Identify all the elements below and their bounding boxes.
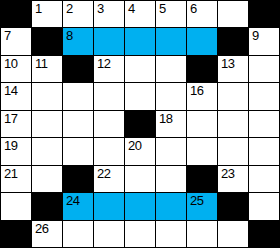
crossword-cell[interactable] xyxy=(32,83,62,109)
highlighted-cell[interactable]: 25 xyxy=(187,193,217,219)
blocked-cell xyxy=(32,193,62,219)
crossword-cell[interactable] xyxy=(218,221,248,247)
crossword-cell[interactable]: 23 xyxy=(218,166,248,192)
crossword-cell[interactable] xyxy=(94,111,124,137)
crossword-cell[interactable]: 12 xyxy=(94,56,124,82)
crossword-cell[interactable]: 3 xyxy=(94,1,124,27)
crossword-cell[interactable]: 11 xyxy=(32,56,62,82)
crossword-cell[interactable] xyxy=(249,138,279,164)
clue-number: 20 xyxy=(128,139,141,152)
blocked-cell xyxy=(218,28,248,54)
blocked-cell xyxy=(63,56,93,82)
crossword-cell[interactable] xyxy=(63,138,93,164)
clue-number: 13 xyxy=(221,57,234,70)
crossword-cell[interactable]: 10 xyxy=(1,56,31,82)
crossword-cell[interactable]: 7 xyxy=(1,28,31,54)
blocked-cell xyxy=(249,1,279,27)
clue-number: 12 xyxy=(97,57,110,70)
crossword-cell[interactable] xyxy=(249,166,279,192)
crossword-cell[interactable] xyxy=(156,56,186,82)
crossword-cell[interactable]: 26 xyxy=(32,221,62,247)
blocked-cell xyxy=(1,1,31,27)
crossword-cell[interactable]: 9 xyxy=(249,28,279,54)
highlighted-cell[interactable] xyxy=(94,28,124,54)
highlighted-cell[interactable] xyxy=(156,28,186,54)
clue-number: 21 xyxy=(4,167,17,180)
crossword-cell[interactable] xyxy=(32,138,62,164)
blocked-cell xyxy=(187,166,217,192)
crossword-cell[interactable] xyxy=(125,166,155,192)
crossword-cell[interactable] xyxy=(187,221,217,247)
clue-number: 19 xyxy=(4,139,17,152)
crossword-cell[interactable]: 20 xyxy=(125,138,155,164)
clue-number: 17 xyxy=(4,112,17,125)
crossword-cell[interactable] xyxy=(187,138,217,164)
clue-number: 10 xyxy=(4,57,17,70)
crossword-cell[interactable] xyxy=(156,83,186,109)
blocked-cell xyxy=(1,221,31,247)
crossword-cell[interactable] xyxy=(32,111,62,137)
crossword-cell[interactable] xyxy=(94,83,124,109)
clue-number: 26 xyxy=(35,222,48,235)
crossword-cell[interactable] xyxy=(218,111,248,137)
clue-number: 9 xyxy=(252,29,259,42)
crossword-cell[interactable] xyxy=(187,111,217,137)
crossword-cell[interactable]: 17 xyxy=(1,111,31,137)
clue-number: 24 xyxy=(66,194,79,207)
clue-number: 5 xyxy=(159,2,166,15)
crossword-cell[interactable]: 6 xyxy=(187,1,217,27)
crossword-cell[interactable] xyxy=(218,138,248,164)
crossword-cell[interactable] xyxy=(156,166,186,192)
clue-number: 7 xyxy=(4,29,11,42)
highlighted-cell[interactable] xyxy=(187,28,217,54)
clue-number: 3 xyxy=(97,2,104,15)
crossword-cell[interactable] xyxy=(32,166,62,192)
crossword-cell[interactable] xyxy=(125,56,155,82)
crossword-cell[interactable]: 2 xyxy=(63,1,93,27)
crossword-cell[interactable]: 18 xyxy=(156,111,186,137)
blocked-cell xyxy=(249,221,279,247)
crossword-cell[interactable] xyxy=(63,83,93,109)
crossword-cell[interactable] xyxy=(218,83,248,109)
crossword-cell[interactable] xyxy=(156,221,186,247)
highlighted-cell[interactable] xyxy=(156,193,186,219)
crossword-cell[interactable] xyxy=(94,221,124,247)
clue-number: 23 xyxy=(221,167,234,180)
highlighted-cell[interactable] xyxy=(125,28,155,54)
crossword-cell[interactable] xyxy=(249,111,279,137)
clue-number: 11 xyxy=(35,57,48,70)
crossword-cell[interactable] xyxy=(156,138,186,164)
blocked-cell xyxy=(187,56,217,82)
crossword-cell[interactable]: 19 xyxy=(1,138,31,164)
crossword-cell[interactable] xyxy=(1,193,31,219)
clue-number: 8 xyxy=(66,29,73,42)
crossword-grid: 1234567891011121314161718192021222324252… xyxy=(0,0,280,248)
clue-number: 18 xyxy=(159,112,172,125)
clue-number: 16 xyxy=(190,84,203,97)
crossword-cell[interactable] xyxy=(249,56,279,82)
crossword-cell[interactable] xyxy=(94,138,124,164)
crossword-cell[interactable] xyxy=(63,111,93,137)
crossword-cell[interactable] xyxy=(249,83,279,109)
clue-number: 14 xyxy=(4,84,17,97)
crossword-cell[interactable] xyxy=(125,221,155,247)
blocked-cell xyxy=(63,166,93,192)
highlighted-cell[interactable]: 8 xyxy=(63,28,93,54)
clue-number: 1 xyxy=(35,2,42,15)
crossword-cell[interactable] xyxy=(218,1,248,27)
crossword-cell[interactable]: 5 xyxy=(156,1,186,27)
blocked-cell xyxy=(125,111,155,137)
blocked-cell xyxy=(218,193,248,219)
highlighted-cell[interactable] xyxy=(94,193,124,219)
clue-number: 22 xyxy=(97,167,110,180)
clue-number: 6 xyxy=(190,2,197,15)
crossword-cell[interactable]: 13 xyxy=(218,56,248,82)
clue-number: 4 xyxy=(128,2,135,15)
clue-number: 25 xyxy=(190,194,203,207)
crossword-cell[interactable]: 21 xyxy=(1,166,31,192)
crossword-cell[interactable]: 22 xyxy=(94,166,124,192)
crossword-cell[interactable]: 16 xyxy=(187,83,217,109)
crossword-cell[interactable]: 14 xyxy=(1,83,31,109)
blocked-cell xyxy=(32,28,62,54)
crossword-cell[interactable] xyxy=(249,193,279,219)
crossword-cell[interactable] xyxy=(63,221,93,247)
highlighted-cell[interactable]: 24 xyxy=(63,193,93,219)
clue-number: 2 xyxy=(66,2,73,15)
crossword-cell[interactable]: 4 xyxy=(125,1,155,27)
highlighted-cell[interactable] xyxy=(125,193,155,219)
crossword-cell[interactable]: 1 xyxy=(32,1,62,27)
crossword-cell[interactable] xyxy=(125,83,155,109)
